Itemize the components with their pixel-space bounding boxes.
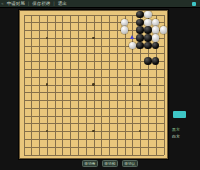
menu-separator: | [28, 1, 30, 6]
menu-item-request-game[interactable]: 申请对局 [7, 0, 25, 7]
go-board[interactable] [19, 10, 168, 159]
black-stone [136, 34, 144, 42]
grid-line [24, 139, 165, 140]
player-black-label: 黑方 [172, 127, 180, 132]
grid-line [24, 116, 165, 117]
grid-line [24, 108, 165, 109]
white-stone [144, 19, 152, 27]
black-stone [136, 11, 144, 19]
draw-request-button[interactable]: 申请和棋 [102, 160, 118, 167]
grid-line [117, 15, 118, 156]
black-stone [152, 57, 160, 65]
black-stone [144, 42, 152, 50]
black-stone [152, 42, 160, 50]
go-client-window: « 申请对局 | 保存棋谱 | 退出 申请悔棋 申请和棋 申请认输 黑方 白方 [0, 0, 200, 170]
menu-bar: « 申请对局 | 保存棋谱 | 退出 [0, 0, 200, 8]
white-stone [121, 26, 129, 34]
game-action-bar: 申请悔棋 申请和棋 申请认输 [82, 160, 138, 167]
hoshi-point [92, 83, 94, 85]
white-stone [152, 26, 160, 34]
hoshi-point [46, 83, 48, 85]
black-stone [136, 19, 144, 27]
grid-line [109, 15, 110, 156]
grid-line [24, 123, 165, 124]
grid-line [101, 15, 102, 156]
black-stone [136, 42, 144, 50]
grid-line [24, 92, 165, 93]
white-stone [129, 42, 137, 50]
hoshi-point [139, 83, 141, 85]
white-stone [152, 19, 160, 27]
menu-prefix: « [1, 1, 4, 6]
grid-line [125, 15, 126, 156]
hoshi-point [46, 37, 48, 39]
hoshi-point [92, 37, 94, 39]
menu-separator: | [53, 1, 55, 6]
resign-request-button[interactable]: 申请认输 [122, 160, 138, 167]
white-stone [160, 26, 168, 34]
chat-badge[interactable] [173, 111, 186, 118]
window-control-icon[interactable] [192, 2, 196, 6]
white-stone [152, 34, 160, 42]
last-move-triangle-marker [130, 35, 134, 39]
black-stone [136, 26, 144, 34]
grid-line [24, 155, 165, 156]
black-stone [144, 34, 152, 42]
grid-line [24, 100, 165, 101]
black-stone [144, 57, 152, 65]
grid-line [164, 15, 165, 156]
player-white-label: 白方 [172, 134, 180, 139]
white-stone [144, 11, 152, 19]
white-stone [121, 19, 129, 27]
menu-item-save-record[interactable]: 保存棋谱 [32, 0, 50, 7]
grid-line [24, 147, 165, 148]
menu-item-exit[interactable]: 退出 [58, 0, 67, 7]
black-stone [144, 26, 152, 34]
undo-request-button[interactable]: 申请悔棋 [82, 160, 98, 167]
hoshi-point [92, 130, 94, 132]
